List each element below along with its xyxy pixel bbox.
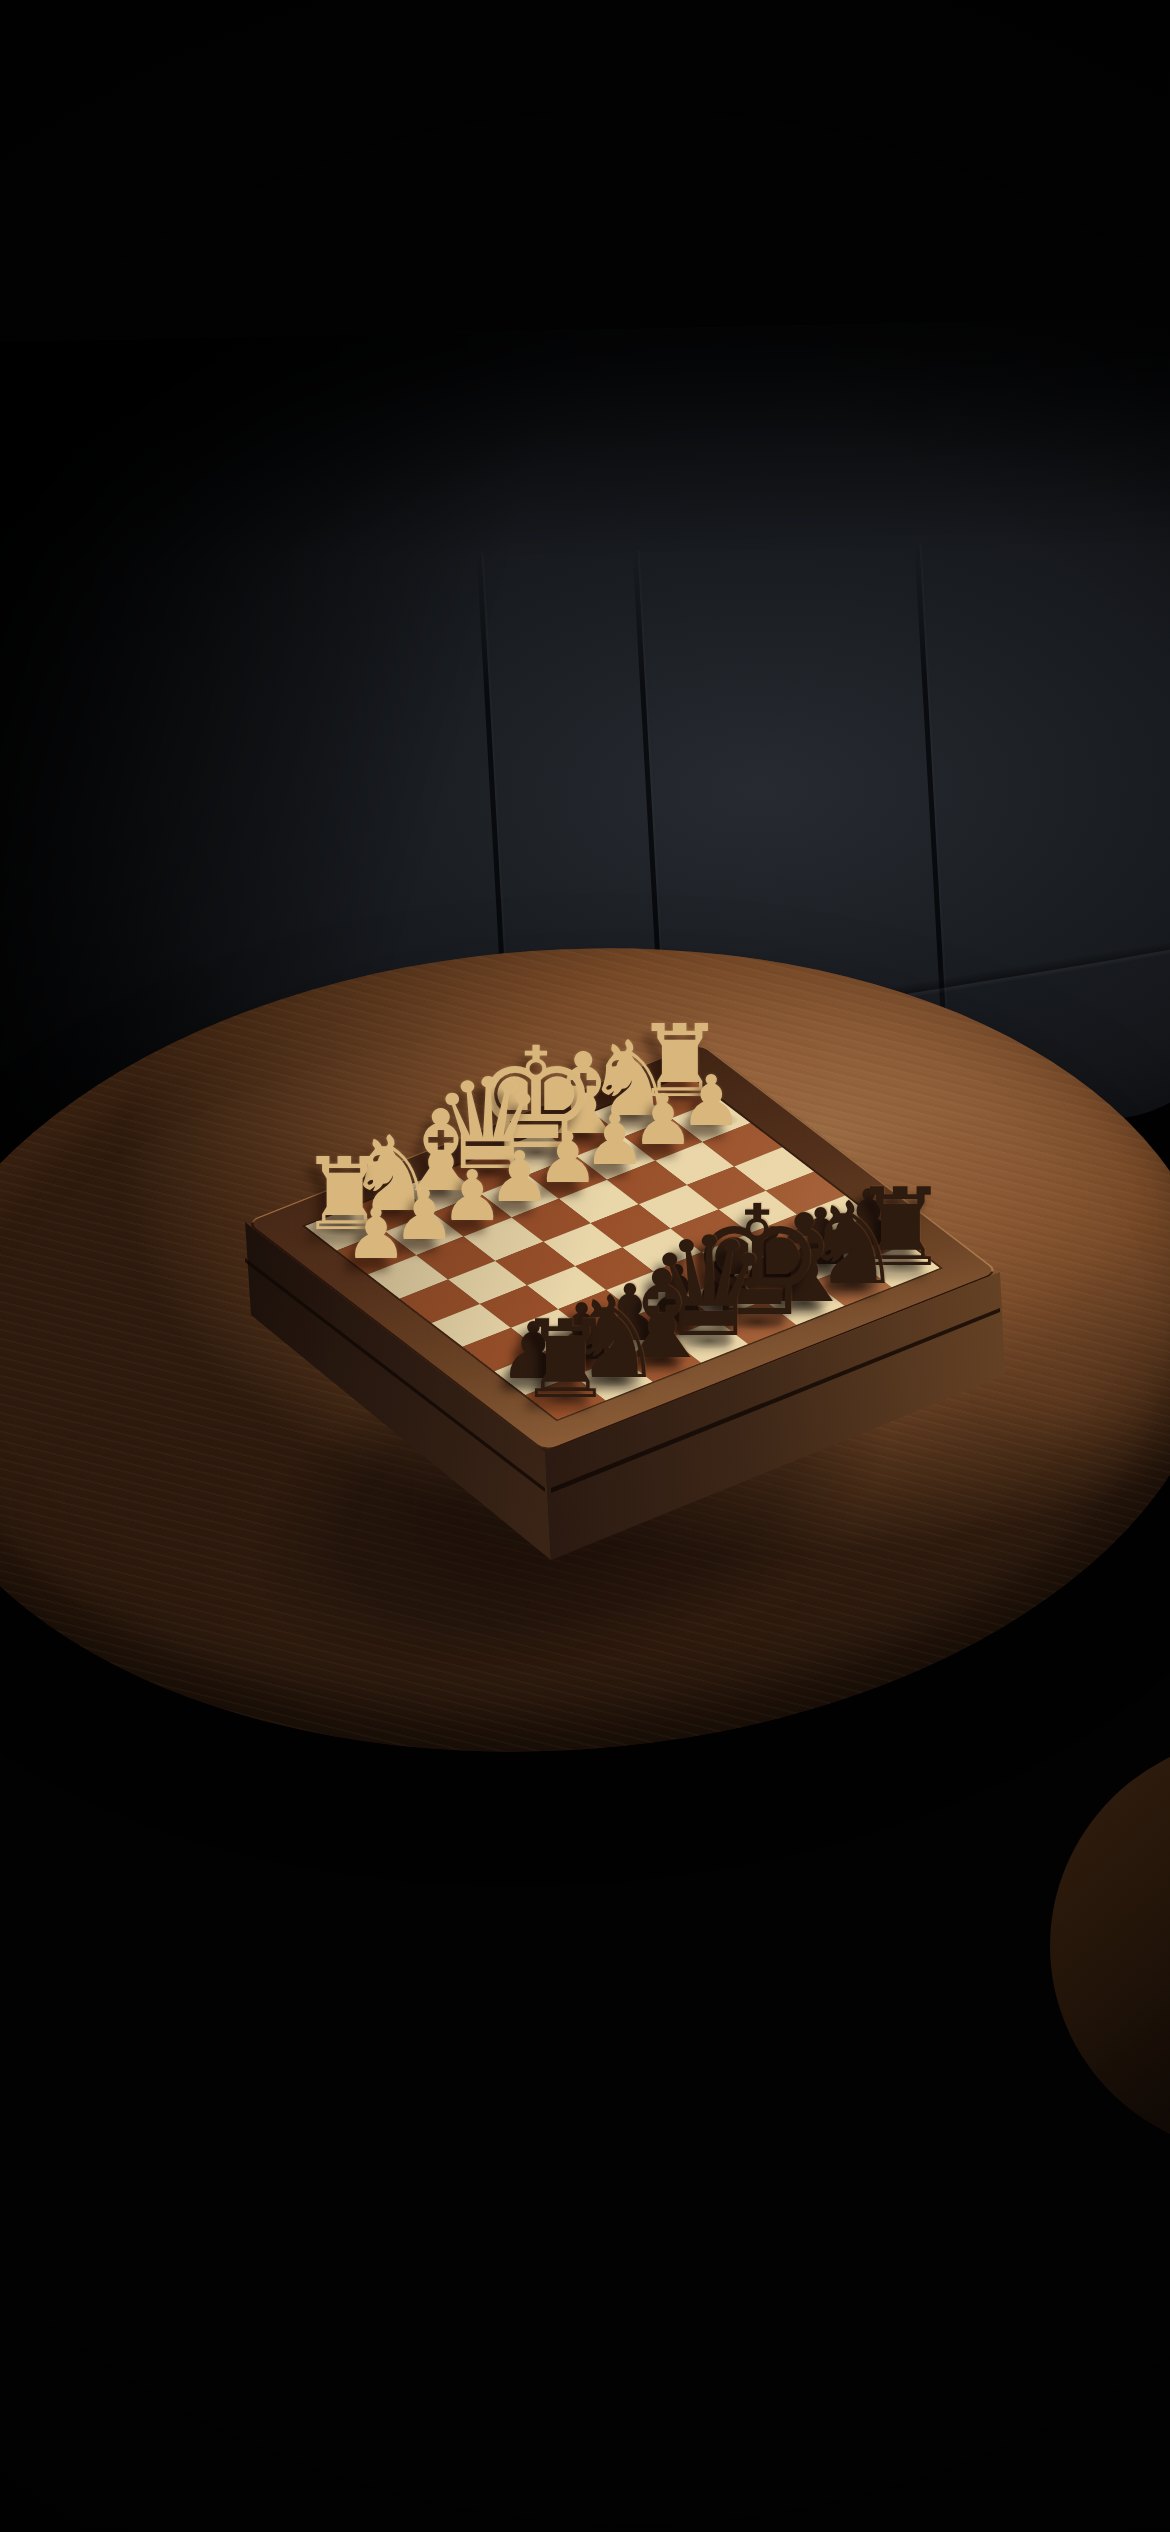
square-h2[interactable]: ♟ [337,1231,416,1274]
white-pawn[interactable]: ♟ [296,1199,456,1269]
scene: ♜♟♟♜♞♟♟♞♝♟♟♝♚♟♟♚♛♟♟♛♝♟♟♝♞♟♟♞♜♟♟♜ [0,0,1170,2532]
side-table [1029,1714,1170,2177]
square-h8[interactable]: ♜ [526,1376,605,1419]
black-rook[interactable]: ♜ [485,1306,645,1414]
